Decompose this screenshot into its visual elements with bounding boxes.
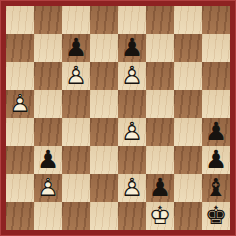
square-e3[interactable] <box>118 146 146 174</box>
square-a1[interactable] <box>6 202 34 230</box>
square-g4[interactable] <box>174 118 202 146</box>
white-pawn-fill: ♟ <box>62 62 90 90</box>
square-f6[interactable] <box>146 62 174 90</box>
square-f1[interactable]: ♚♔ <box>146 202 174 230</box>
square-a5[interactable]: ♟♙ <box>6 90 34 118</box>
white-pawn: ♙ <box>62 62 90 90</box>
square-d8[interactable] <box>90 6 118 34</box>
black-pawn: ♟ <box>202 146 230 174</box>
square-c3[interactable] <box>62 146 90 174</box>
square-d4[interactable] <box>90 118 118 146</box>
square-h3[interactable]: ♟ <box>202 146 230 174</box>
square-e7[interactable]: ♟ <box>118 34 146 62</box>
black-pawn: ♟ <box>146 174 174 202</box>
square-c4[interactable] <box>62 118 90 146</box>
square-g1[interactable] <box>174 202 202 230</box>
white-pawn-fill: ♟ <box>34 174 62 202</box>
white-pawn-fill: ♟ <box>118 62 146 90</box>
square-e4[interactable]: ♟♙ <box>118 118 146 146</box>
square-b8[interactable] <box>34 6 62 34</box>
white-pawn: ♙ <box>6 90 34 118</box>
white-pawn: ♙ <box>34 174 62 202</box>
square-c6[interactable]: ♟♙ <box>62 62 90 90</box>
square-b5[interactable] <box>34 90 62 118</box>
square-c1[interactable] <box>62 202 90 230</box>
square-h7[interactable] <box>202 34 230 62</box>
square-b1[interactable] <box>34 202 62 230</box>
square-e6[interactable]: ♟♙ <box>118 62 146 90</box>
square-d5[interactable] <box>90 90 118 118</box>
square-h8[interactable] <box>202 6 230 34</box>
square-b2[interactable]: ♟♙ <box>34 174 62 202</box>
square-c7[interactable]: ♟ <box>62 34 90 62</box>
square-e8[interactable] <box>118 6 146 34</box>
white-pawn: ♙ <box>118 118 146 146</box>
square-d6[interactable] <box>90 62 118 90</box>
square-b3[interactable]: ♟ <box>34 146 62 174</box>
square-h4[interactable]: ♟ <box>202 118 230 146</box>
black-king: ♚ <box>202 202 230 230</box>
chess-board-frame: ♟♟♟♙♟♙♟♙♟♙♟♟♟♟♙♟♙♟♝♚♔♚ <box>0 0 236 236</box>
square-g2[interactable] <box>174 174 202 202</box>
square-f4[interactable] <box>146 118 174 146</box>
square-f2[interactable]: ♟ <box>146 174 174 202</box>
white-pawn: ♙ <box>118 62 146 90</box>
square-a7[interactable] <box>6 34 34 62</box>
square-a6[interactable] <box>6 62 34 90</box>
square-c5[interactable] <box>62 90 90 118</box>
square-b4[interactable] <box>34 118 62 146</box>
square-h2[interactable]: ♝ <box>202 174 230 202</box>
square-g8[interactable] <box>174 6 202 34</box>
black-pawn: ♟ <box>62 34 90 62</box>
square-d2[interactable] <box>90 174 118 202</box>
square-b7[interactable] <box>34 34 62 62</box>
square-c2[interactable] <box>62 174 90 202</box>
square-b6[interactable] <box>34 62 62 90</box>
square-f7[interactable] <box>146 34 174 62</box>
white-pawn-fill: ♟ <box>6 90 34 118</box>
square-a4[interactable] <box>6 118 34 146</box>
square-a3[interactable] <box>6 146 34 174</box>
square-h1[interactable]: ♚ <box>202 202 230 230</box>
white-pawn: ♙ <box>118 174 146 202</box>
square-f8[interactable] <box>146 6 174 34</box>
square-e1[interactable] <box>118 202 146 230</box>
square-f5[interactable] <box>146 90 174 118</box>
black-pawn: ♟ <box>118 34 146 62</box>
square-e5[interactable] <box>118 90 146 118</box>
white-king: ♔ <box>146 202 174 230</box>
square-d1[interactable] <box>90 202 118 230</box>
black-pawn: ♟ <box>202 118 230 146</box>
white-pawn-fill: ♟ <box>118 174 146 202</box>
square-a2[interactable] <box>6 174 34 202</box>
square-d7[interactable] <box>90 34 118 62</box>
square-g6[interactable] <box>174 62 202 90</box>
square-g5[interactable] <box>174 90 202 118</box>
black-pawn: ♟ <box>34 146 62 174</box>
square-h6[interactable] <box>202 62 230 90</box>
square-e2[interactable]: ♟♙ <box>118 174 146 202</box>
square-d3[interactable] <box>90 146 118 174</box>
square-g3[interactable] <box>174 146 202 174</box>
chess-board: ♟♟♟♙♟♙♟♙♟♙♟♟♟♟♙♟♙♟♝♚♔♚ <box>6 6 230 230</box>
white-pawn-fill: ♟ <box>118 118 146 146</box>
black-bishop: ♝ <box>202 174 230 202</box>
square-g7[interactable] <box>174 34 202 62</box>
white-king-fill: ♚ <box>146 202 174 230</box>
square-a8[interactable] <box>6 6 34 34</box>
square-c8[interactable] <box>62 6 90 34</box>
square-f3[interactable] <box>146 146 174 174</box>
square-h5[interactable] <box>202 90 230 118</box>
